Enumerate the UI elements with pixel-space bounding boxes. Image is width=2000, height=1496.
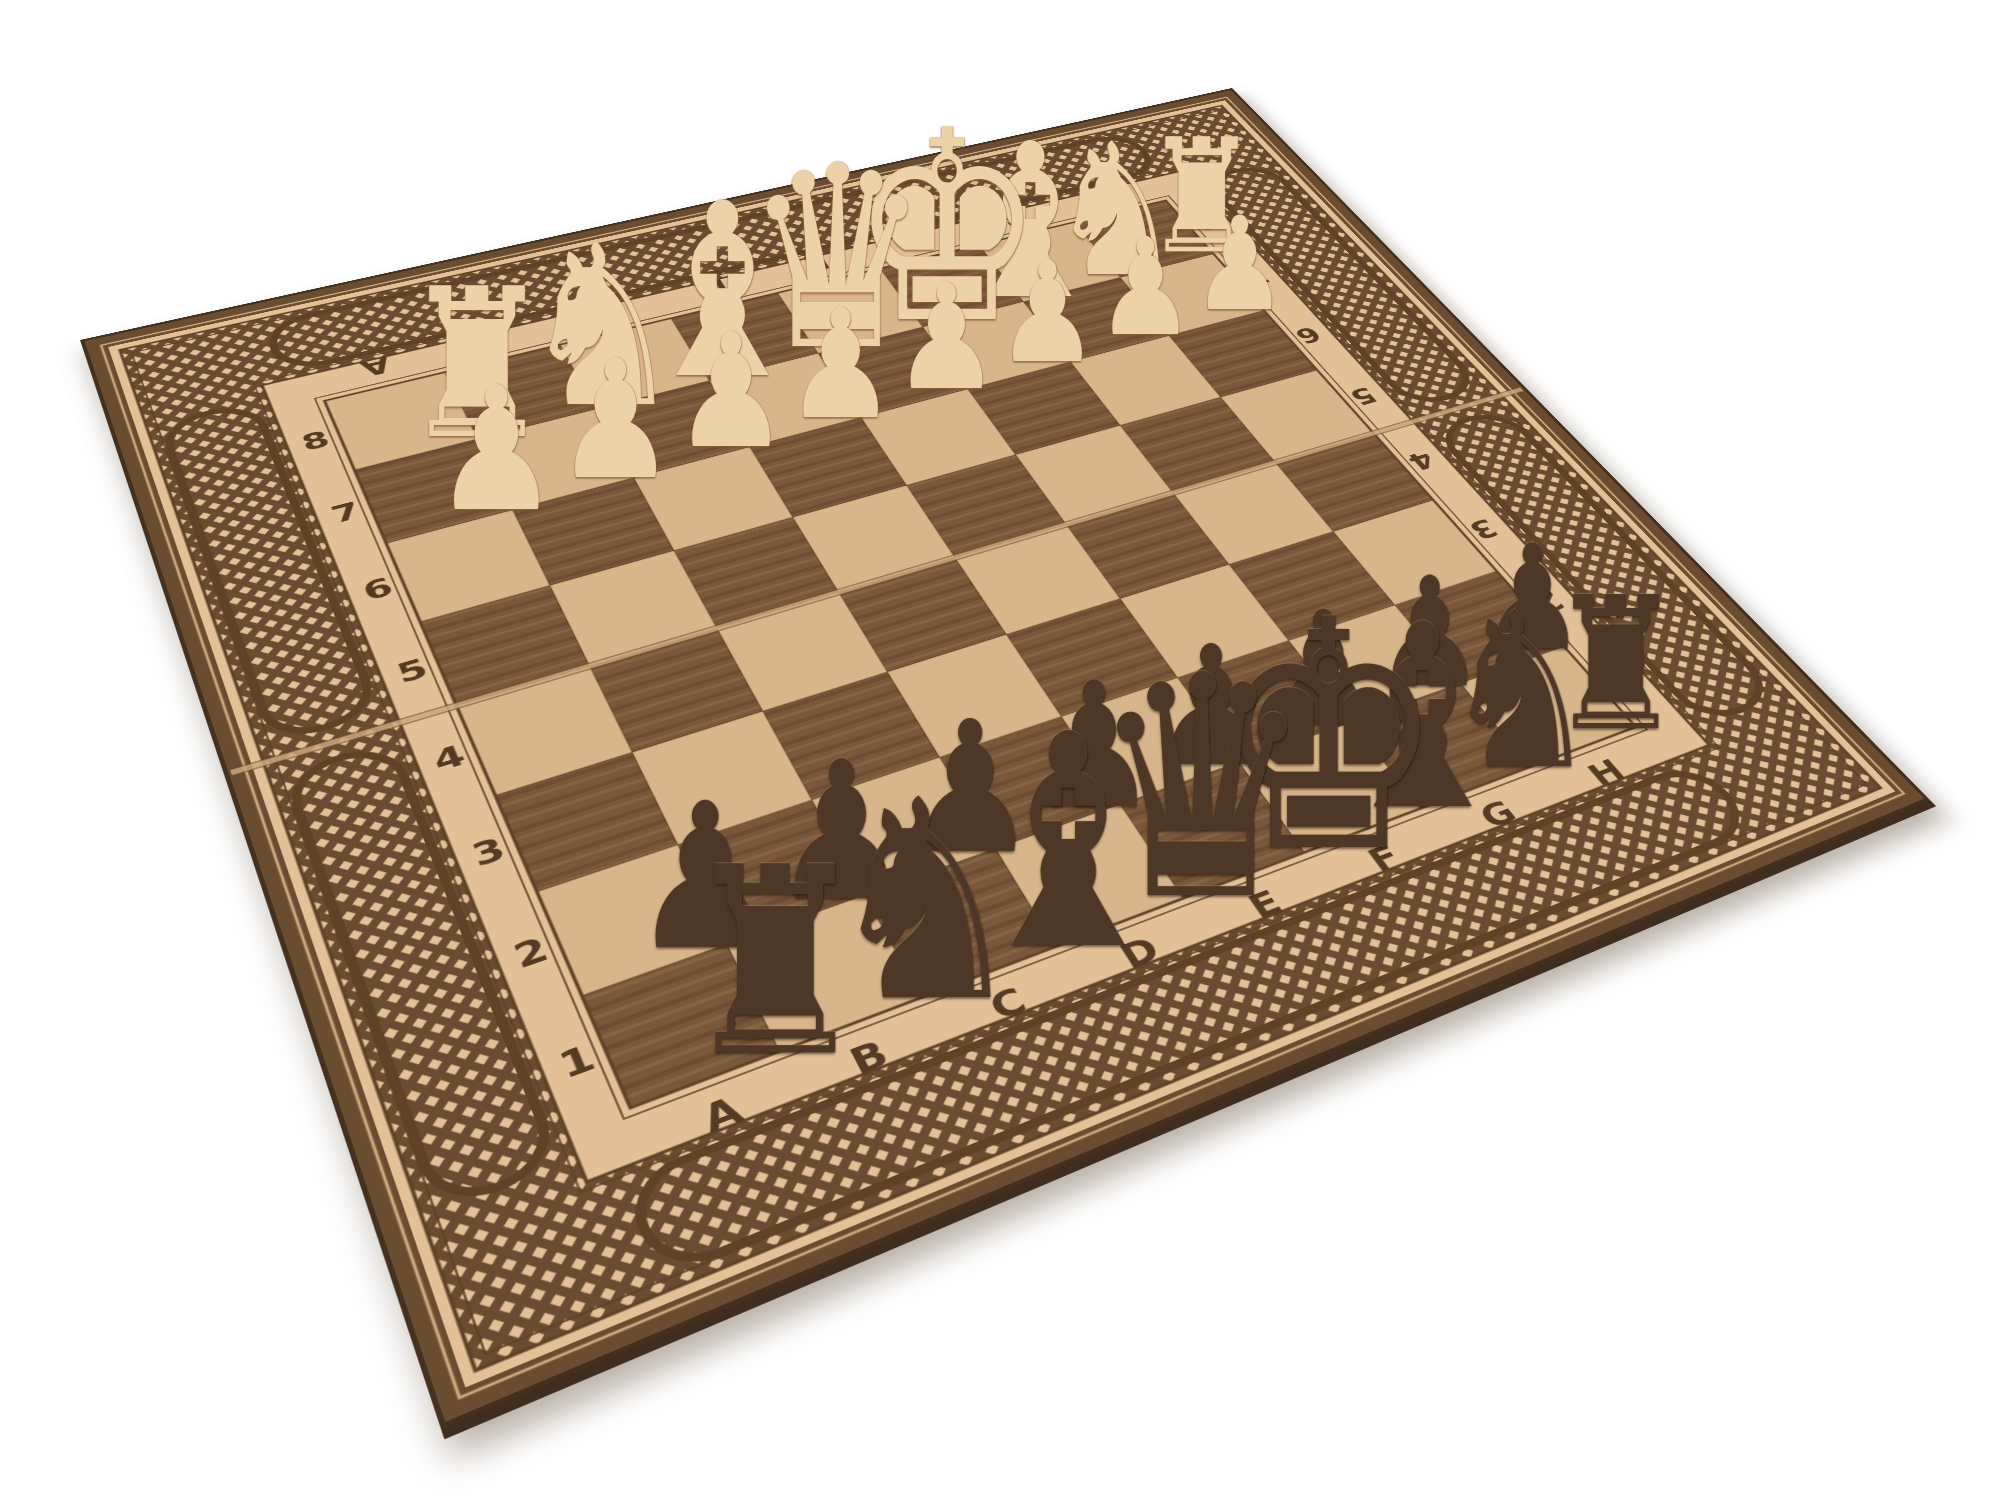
chessboard-photo-scene: 8877665544332211AABBCCDDEEFFGGHH ♜♞♝♛♚♝♞… — [0, 0, 2000, 1496]
chess-board: 8877665544332211AABBCCDDEEFFGGHH — [80, 88, 1930, 1429]
